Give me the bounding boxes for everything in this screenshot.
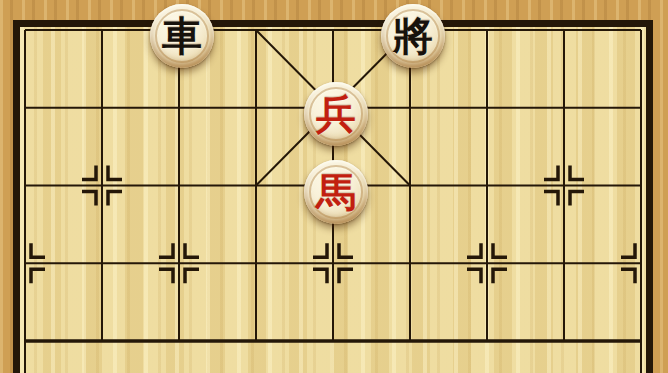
piece-black-general[interactable]: 將 xyxy=(381,4,445,68)
piece-glyph: 將 xyxy=(393,16,433,56)
point-marker xyxy=(159,269,173,283)
piece-glyph: 馬 xyxy=(316,172,356,212)
point-marker xyxy=(621,243,635,257)
point-marker xyxy=(493,269,507,283)
point-marker xyxy=(544,166,558,180)
point-marker xyxy=(108,166,122,180)
piece-red-horse[interactable]: 馬 xyxy=(304,160,368,224)
xiangqi-board: 車將兵馬 xyxy=(0,0,668,373)
point-marker xyxy=(82,166,96,180)
point-marker xyxy=(185,243,199,257)
point-marker xyxy=(570,166,584,180)
point-marker xyxy=(339,243,353,257)
point-marker xyxy=(159,243,173,257)
point-marker xyxy=(621,269,635,283)
point-marker xyxy=(493,243,507,257)
point-marker xyxy=(31,269,45,283)
piece-glyph: 車 xyxy=(162,16,202,56)
point-marker xyxy=(313,243,327,257)
point-marker xyxy=(467,243,481,257)
point-marker xyxy=(570,192,584,206)
point-marker xyxy=(467,269,481,283)
point-marker xyxy=(185,269,199,283)
point-marker xyxy=(544,192,558,206)
piece-glyph: 兵 xyxy=(316,94,356,134)
piece-black-chariot[interactable]: 車 xyxy=(150,4,214,68)
piece-red-soldier[interactable]: 兵 xyxy=(304,82,368,146)
point-marker xyxy=(82,192,96,206)
point-marker xyxy=(108,192,122,206)
point-marker xyxy=(313,269,327,283)
point-marker xyxy=(339,269,353,283)
point-marker xyxy=(31,243,45,257)
